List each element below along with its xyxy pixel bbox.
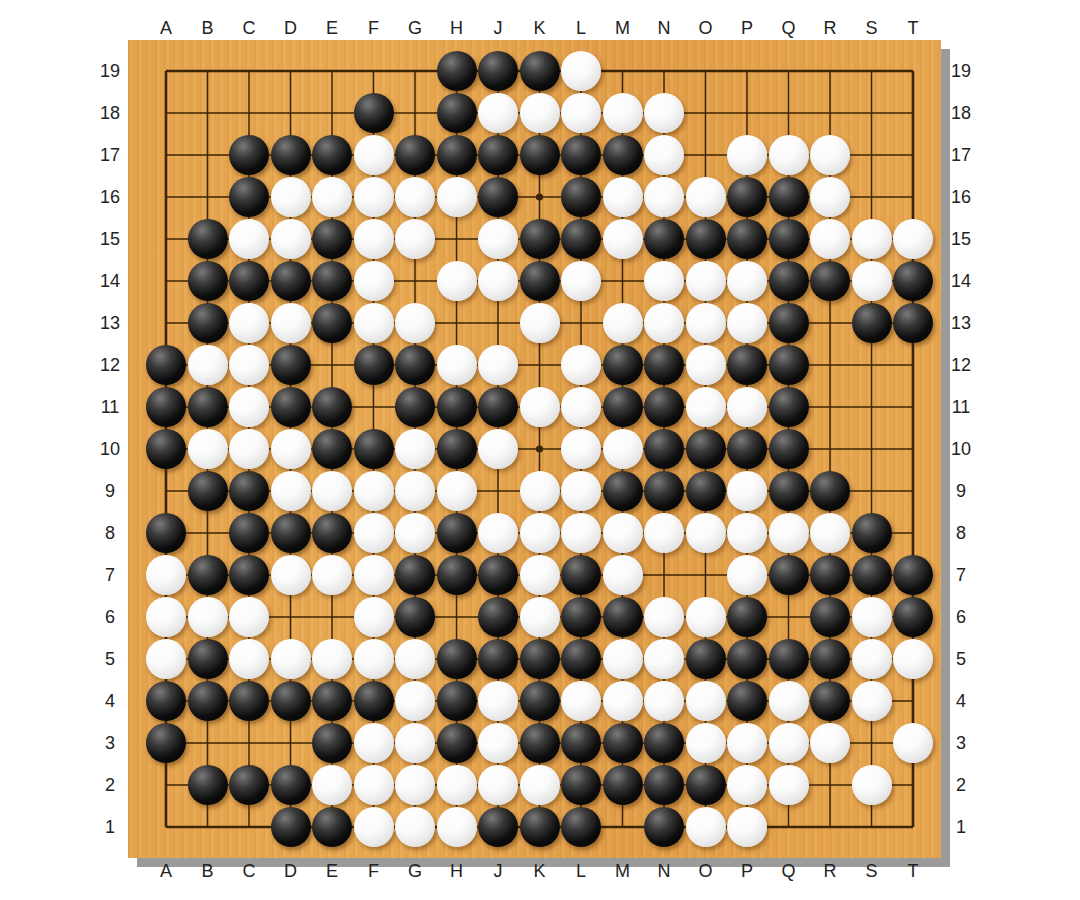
black-stone-R5 bbox=[810, 639, 850, 679]
black-stone-B7 bbox=[188, 555, 228, 595]
white-stone-J10 bbox=[478, 429, 518, 469]
column-label-top-C: C bbox=[243, 18, 256, 39]
page: AABBCCDDEEFFGGHHJJKKLLMMNNOOPPQQRRSSTT19… bbox=[0, 0, 1080, 900]
white-stone-P1 bbox=[727, 807, 767, 847]
white-stone-F17 bbox=[354, 135, 394, 175]
white-stone-R8 bbox=[810, 513, 850, 553]
black-stone-D1 bbox=[271, 807, 311, 847]
white-stone-K6 bbox=[520, 597, 560, 637]
column-label-bottom-L: L bbox=[576, 861, 586, 882]
black-stone-S7 bbox=[852, 555, 892, 595]
white-stone-P9 bbox=[727, 471, 767, 511]
row-label-left-14: 14 bbox=[100, 271, 120, 292]
black-stone-C16 bbox=[229, 177, 269, 217]
black-stone-T13 bbox=[893, 303, 933, 343]
row-label-right-13: 13 bbox=[951, 313, 971, 334]
black-stone-H10 bbox=[437, 429, 477, 469]
black-stone-J11 bbox=[478, 387, 518, 427]
black-stone-Q5 bbox=[769, 639, 809, 679]
black-stone-M17 bbox=[603, 135, 643, 175]
white-stone-G15 bbox=[395, 219, 435, 259]
column-label-bottom-M: M bbox=[615, 861, 630, 882]
white-stone-E5 bbox=[312, 639, 352, 679]
black-stone-Q11 bbox=[769, 387, 809, 427]
row-label-left-9: 9 bbox=[105, 481, 115, 502]
white-stone-G16 bbox=[395, 177, 435, 217]
white-stone-M18 bbox=[603, 93, 643, 133]
row-label-left-11: 11 bbox=[101, 397, 120, 418]
white-stone-G1 bbox=[395, 807, 435, 847]
column-label-top-S: S bbox=[865, 18, 877, 39]
white-stone-K9 bbox=[520, 471, 560, 511]
black-stone-C9 bbox=[229, 471, 269, 511]
white-stone-E2 bbox=[312, 765, 352, 805]
black-stone-O5 bbox=[686, 639, 726, 679]
row-label-right-18: 18 bbox=[951, 103, 971, 124]
white-stone-Q3 bbox=[769, 723, 809, 763]
black-stone-T14 bbox=[893, 261, 933, 301]
black-stone-N15 bbox=[644, 219, 684, 259]
white-stone-O1 bbox=[686, 807, 726, 847]
white-stone-J14 bbox=[478, 261, 518, 301]
white-stone-F7 bbox=[354, 555, 394, 595]
row-label-left-12: 12 bbox=[100, 355, 120, 376]
column-label-top-B: B bbox=[201, 18, 213, 39]
white-stone-S15 bbox=[852, 219, 892, 259]
white-stone-D16 bbox=[271, 177, 311, 217]
white-stone-O3 bbox=[686, 723, 726, 763]
white-stone-L18 bbox=[561, 93, 601, 133]
white-stone-G3 bbox=[395, 723, 435, 763]
white-stone-E7 bbox=[312, 555, 352, 595]
white-stone-F9 bbox=[354, 471, 394, 511]
white-stone-N14 bbox=[644, 261, 684, 301]
row-label-left-5: 5 bbox=[105, 649, 115, 670]
white-stone-K7 bbox=[520, 555, 560, 595]
black-stone-H17 bbox=[437, 135, 477, 175]
row-label-left-13: 13 bbox=[100, 313, 120, 334]
white-stone-D10 bbox=[271, 429, 311, 469]
black-stone-E15 bbox=[312, 219, 352, 259]
black-stone-Q10 bbox=[769, 429, 809, 469]
white-stone-S14 bbox=[852, 261, 892, 301]
column-label-top-H: H bbox=[450, 18, 463, 39]
column-label-top-G: G bbox=[408, 18, 422, 39]
white-stone-Q2 bbox=[769, 765, 809, 805]
white-stone-E16 bbox=[312, 177, 352, 217]
black-stone-F12 bbox=[354, 345, 394, 385]
white-stone-O16 bbox=[686, 177, 726, 217]
white-stone-H2 bbox=[437, 765, 477, 805]
white-stone-J15 bbox=[478, 219, 518, 259]
black-stone-N2 bbox=[644, 765, 684, 805]
black-stone-P15 bbox=[727, 219, 767, 259]
column-label-top-N: N bbox=[658, 18, 671, 39]
white-stone-G5 bbox=[395, 639, 435, 679]
black-stone-A10 bbox=[146, 429, 186, 469]
black-stone-P4 bbox=[727, 681, 767, 721]
black-stone-L6 bbox=[561, 597, 601, 637]
white-stone-Q4 bbox=[769, 681, 809, 721]
white-stone-K2 bbox=[520, 765, 560, 805]
white-stone-F6 bbox=[354, 597, 394, 637]
column-label-top-J: J bbox=[494, 18, 503, 39]
row-label-right-16: 16 bbox=[951, 187, 971, 208]
white-stone-J8 bbox=[478, 513, 518, 553]
white-stone-M8 bbox=[603, 513, 643, 553]
row-label-left-1: 1 bbox=[105, 817, 115, 838]
black-stone-L1 bbox=[561, 807, 601, 847]
white-stone-D7 bbox=[271, 555, 311, 595]
row-label-left-3: 3 bbox=[105, 733, 115, 754]
white-stone-D13 bbox=[271, 303, 311, 343]
black-stone-E1 bbox=[312, 807, 352, 847]
white-stone-M4 bbox=[603, 681, 643, 721]
black-stone-P6 bbox=[727, 597, 767, 637]
black-stone-D2 bbox=[271, 765, 311, 805]
row-label-right-8: 8 bbox=[956, 523, 966, 544]
black-stone-J17 bbox=[478, 135, 518, 175]
white-stone-P14 bbox=[727, 261, 767, 301]
black-stone-E13 bbox=[312, 303, 352, 343]
black-stone-H4 bbox=[437, 681, 477, 721]
black-stone-A4 bbox=[146, 681, 186, 721]
black-stone-E11 bbox=[312, 387, 352, 427]
black-stone-M3 bbox=[603, 723, 643, 763]
black-stone-D12 bbox=[271, 345, 311, 385]
white-stone-P17 bbox=[727, 135, 767, 175]
black-stone-H11 bbox=[437, 387, 477, 427]
white-stone-H9 bbox=[437, 471, 477, 511]
column-label-top-F: F bbox=[368, 18, 379, 39]
black-stone-L15 bbox=[561, 219, 601, 259]
white-stone-O14 bbox=[686, 261, 726, 301]
white-stone-L19 bbox=[561, 51, 601, 91]
white-stone-C12 bbox=[229, 345, 269, 385]
column-label-top-D: D bbox=[284, 18, 297, 39]
black-stone-N3 bbox=[644, 723, 684, 763]
black-stone-A11 bbox=[146, 387, 186, 427]
column-label-bottom-R: R bbox=[824, 861, 837, 882]
black-stone-L17 bbox=[561, 135, 601, 175]
column-label-bottom-Q: Q bbox=[781, 861, 795, 882]
black-stone-J16 bbox=[478, 177, 518, 217]
black-stone-K17 bbox=[520, 135, 560, 175]
black-stone-F4 bbox=[354, 681, 394, 721]
white-stone-B10 bbox=[188, 429, 228, 469]
black-stone-C2 bbox=[229, 765, 269, 805]
white-stone-B6 bbox=[188, 597, 228, 637]
row-label-right-7: 7 bbox=[956, 565, 966, 586]
white-stone-C15 bbox=[229, 219, 269, 259]
white-stone-M5 bbox=[603, 639, 643, 679]
black-stone-Q12 bbox=[769, 345, 809, 385]
white-stone-L14 bbox=[561, 261, 601, 301]
white-stone-K13 bbox=[520, 303, 560, 343]
black-stone-B14 bbox=[188, 261, 228, 301]
black-stone-R4 bbox=[810, 681, 850, 721]
white-stone-P11 bbox=[727, 387, 767, 427]
black-stone-P10 bbox=[727, 429, 767, 469]
go-board[interactable] bbox=[128, 40, 941, 858]
black-stone-Q13 bbox=[769, 303, 809, 343]
white-stone-F8 bbox=[354, 513, 394, 553]
row-label-left-18: 18 bbox=[100, 103, 120, 124]
black-stone-T7 bbox=[893, 555, 933, 595]
black-stone-H5 bbox=[437, 639, 477, 679]
white-stone-G13 bbox=[395, 303, 435, 343]
row-label-left-7: 7 bbox=[105, 565, 115, 586]
black-stone-N1 bbox=[644, 807, 684, 847]
row-label-left-17: 17 bbox=[100, 145, 120, 166]
row-label-left-4: 4 bbox=[105, 691, 115, 712]
white-stone-S2 bbox=[852, 765, 892, 805]
column-label-bottom-G: G bbox=[408, 861, 422, 882]
black-stone-E14 bbox=[312, 261, 352, 301]
row-label-left-19: 19 bbox=[100, 61, 120, 82]
white-stone-L9 bbox=[561, 471, 601, 511]
black-stone-F18 bbox=[354, 93, 394, 133]
black-stone-L7 bbox=[561, 555, 601, 595]
black-stone-D14 bbox=[271, 261, 311, 301]
white-stone-O6 bbox=[686, 597, 726, 637]
white-stone-Q8 bbox=[769, 513, 809, 553]
white-stone-C6 bbox=[229, 597, 269, 637]
column-label-bottom-F: F bbox=[368, 861, 379, 882]
white-stone-C5 bbox=[229, 639, 269, 679]
row-label-right-1: 1 bbox=[956, 817, 966, 838]
black-stone-P16 bbox=[727, 177, 767, 217]
white-stone-K11 bbox=[520, 387, 560, 427]
row-label-left-10: 10 bbox=[100, 439, 120, 460]
black-stone-G11 bbox=[395, 387, 435, 427]
white-stone-F1 bbox=[354, 807, 394, 847]
white-stone-N16 bbox=[644, 177, 684, 217]
column-label-top-E: E bbox=[326, 18, 338, 39]
white-stone-N6 bbox=[644, 597, 684, 637]
row-label-left-8: 8 bbox=[105, 523, 115, 544]
black-stone-K1 bbox=[520, 807, 560, 847]
black-stone-O9 bbox=[686, 471, 726, 511]
row-label-right-19: 19 bbox=[951, 61, 971, 82]
column-label-top-P: P bbox=[741, 18, 753, 39]
row-label-right-10: 10 bbox=[951, 439, 971, 460]
black-stone-B4 bbox=[188, 681, 228, 721]
white-stone-J4 bbox=[478, 681, 518, 721]
white-stone-O11 bbox=[686, 387, 726, 427]
white-stone-M16 bbox=[603, 177, 643, 217]
black-stone-R6 bbox=[810, 597, 850, 637]
black-stone-C17 bbox=[229, 135, 269, 175]
black-stone-C4 bbox=[229, 681, 269, 721]
black-stone-L16 bbox=[561, 177, 601, 217]
white-stone-P13 bbox=[727, 303, 767, 343]
column-label-bottom-T: T bbox=[908, 861, 919, 882]
white-stone-N18 bbox=[644, 93, 684, 133]
white-stone-T15 bbox=[893, 219, 933, 259]
row-label-right-14: 14 bbox=[951, 271, 971, 292]
white-stone-G8 bbox=[395, 513, 435, 553]
black-stone-H18 bbox=[437, 93, 477, 133]
white-stone-A5 bbox=[146, 639, 186, 679]
white-stone-D9 bbox=[271, 471, 311, 511]
white-stone-J12 bbox=[478, 345, 518, 385]
column-label-bottom-B: B bbox=[201, 861, 213, 882]
row-label-right-11: 11 bbox=[952, 397, 971, 418]
black-stone-R14 bbox=[810, 261, 850, 301]
white-stone-L8 bbox=[561, 513, 601, 553]
black-stone-N12 bbox=[644, 345, 684, 385]
white-stone-H12 bbox=[437, 345, 477, 385]
white-stone-C10 bbox=[229, 429, 269, 469]
white-stone-N13 bbox=[644, 303, 684, 343]
white-stone-P3 bbox=[727, 723, 767, 763]
white-stone-F14 bbox=[354, 261, 394, 301]
black-stone-A8 bbox=[146, 513, 186, 553]
black-stone-G6 bbox=[395, 597, 435, 637]
white-stone-S4 bbox=[852, 681, 892, 721]
white-stone-G4 bbox=[395, 681, 435, 721]
black-stone-R7 bbox=[810, 555, 850, 595]
black-stone-D11 bbox=[271, 387, 311, 427]
white-stone-M7 bbox=[603, 555, 643, 595]
black-stone-K3 bbox=[520, 723, 560, 763]
white-stone-F5 bbox=[354, 639, 394, 679]
black-stone-J1 bbox=[478, 807, 518, 847]
black-stone-H8 bbox=[437, 513, 477, 553]
row-label-left-16: 16 bbox=[100, 187, 120, 208]
white-stone-F2 bbox=[354, 765, 394, 805]
column-label-bottom-C: C bbox=[243, 861, 256, 882]
row-label-right-9: 9 bbox=[956, 481, 966, 502]
white-stone-A7 bbox=[146, 555, 186, 595]
star-point bbox=[536, 445, 543, 452]
row-label-right-2: 2 bbox=[956, 775, 966, 796]
black-stone-M9 bbox=[603, 471, 643, 511]
column-label-bottom-N: N bbox=[658, 861, 671, 882]
black-stone-L5 bbox=[561, 639, 601, 679]
black-stone-L3 bbox=[561, 723, 601, 763]
white-stone-D5 bbox=[271, 639, 311, 679]
column-label-bottom-A: A bbox=[160, 861, 172, 882]
black-stone-C7 bbox=[229, 555, 269, 595]
white-stone-J18 bbox=[478, 93, 518, 133]
white-stone-P7 bbox=[727, 555, 767, 595]
black-stone-P5 bbox=[727, 639, 767, 679]
black-stone-G12 bbox=[395, 345, 435, 385]
white-stone-G10 bbox=[395, 429, 435, 469]
white-stone-M10 bbox=[603, 429, 643, 469]
star-point bbox=[536, 193, 543, 200]
black-stone-B13 bbox=[188, 303, 228, 343]
black-stone-N9 bbox=[644, 471, 684, 511]
black-stone-D17 bbox=[271, 135, 311, 175]
black-stone-B9 bbox=[188, 471, 228, 511]
white-stone-T5 bbox=[893, 639, 933, 679]
black-stone-O10 bbox=[686, 429, 726, 469]
black-stone-K14 bbox=[520, 261, 560, 301]
black-stone-E8 bbox=[312, 513, 352, 553]
black-stone-G17 bbox=[395, 135, 435, 175]
white-stone-S5 bbox=[852, 639, 892, 679]
white-stone-F15 bbox=[354, 219, 394, 259]
white-stone-R3 bbox=[810, 723, 850, 763]
column-label-bottom-P: P bbox=[741, 861, 753, 882]
white-stone-O8 bbox=[686, 513, 726, 553]
black-stone-Q9 bbox=[769, 471, 809, 511]
column-label-top-R: R bbox=[824, 18, 837, 39]
white-stone-G2 bbox=[395, 765, 435, 805]
black-stone-E10 bbox=[312, 429, 352, 469]
white-stone-C13 bbox=[229, 303, 269, 343]
white-stone-F16 bbox=[354, 177, 394, 217]
column-label-bottom-E: E bbox=[326, 861, 338, 882]
row-label-left-6: 6 bbox=[105, 607, 115, 628]
column-label-top-M: M bbox=[615, 18, 630, 39]
white-stone-R16 bbox=[810, 177, 850, 217]
white-stone-F13 bbox=[354, 303, 394, 343]
column-label-bottom-H: H bbox=[450, 861, 463, 882]
black-stone-P12 bbox=[727, 345, 767, 385]
row-label-right-15: 15 bbox=[951, 229, 971, 250]
white-stone-P2 bbox=[727, 765, 767, 805]
white-stone-N17 bbox=[644, 135, 684, 175]
black-stone-K19 bbox=[520, 51, 560, 91]
white-stone-O13 bbox=[686, 303, 726, 343]
white-stone-G9 bbox=[395, 471, 435, 511]
row-label-right-5: 5 bbox=[956, 649, 966, 670]
white-stone-A6 bbox=[146, 597, 186, 637]
white-stone-K8 bbox=[520, 513, 560, 553]
black-stone-K15 bbox=[520, 219, 560, 259]
black-stone-H7 bbox=[437, 555, 477, 595]
black-stone-O15 bbox=[686, 219, 726, 259]
black-stone-B5 bbox=[188, 639, 228, 679]
column-label-bottom-S: S bbox=[865, 861, 877, 882]
black-stone-D4 bbox=[271, 681, 311, 721]
white-stone-N8 bbox=[644, 513, 684, 553]
black-stone-J6 bbox=[478, 597, 518, 637]
black-stone-S8 bbox=[852, 513, 892, 553]
black-stone-B11 bbox=[188, 387, 228, 427]
black-stone-H3 bbox=[437, 723, 477, 763]
black-stone-M12 bbox=[603, 345, 643, 385]
column-label-top-A: A bbox=[160, 18, 172, 39]
black-stone-S13 bbox=[852, 303, 892, 343]
black-stone-Q16 bbox=[769, 177, 809, 217]
white-stone-L11 bbox=[561, 387, 601, 427]
black-stone-K4 bbox=[520, 681, 560, 721]
white-stone-H1 bbox=[437, 807, 477, 847]
white-stone-N5 bbox=[644, 639, 684, 679]
black-stone-J5 bbox=[478, 639, 518, 679]
white-stone-K18 bbox=[520, 93, 560, 133]
white-stone-P8 bbox=[727, 513, 767, 553]
row-label-right-4: 4 bbox=[956, 691, 966, 712]
white-stone-O4 bbox=[686, 681, 726, 721]
white-stone-B12 bbox=[188, 345, 228, 385]
black-stone-B2 bbox=[188, 765, 228, 805]
white-stone-L12 bbox=[561, 345, 601, 385]
black-stone-T6 bbox=[893, 597, 933, 637]
white-stone-M15 bbox=[603, 219, 643, 259]
white-stone-L4 bbox=[561, 681, 601, 721]
column-label-top-O: O bbox=[698, 18, 712, 39]
black-stone-G7 bbox=[395, 555, 435, 595]
black-stone-M6 bbox=[603, 597, 643, 637]
black-stone-R9 bbox=[810, 471, 850, 511]
row-label-right-3: 3 bbox=[956, 733, 966, 754]
